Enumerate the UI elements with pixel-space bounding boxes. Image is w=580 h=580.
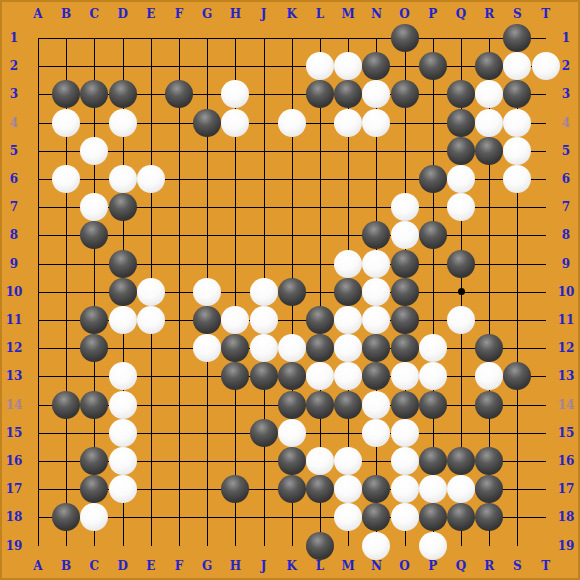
column-label-top-G: G — [193, 4, 221, 24]
black-stone-C8 — [80, 221, 108, 249]
black-stone-L12 — [306, 334, 334, 362]
row-label-left-11: 11 — [0, 310, 28, 330]
column-label-bottom-R: R — [475, 556, 503, 576]
row-label-left-14: 14 — [0, 395, 28, 415]
row-label-right-1: 1 — [552, 28, 580, 48]
white-stone-P17 — [419, 475, 447, 503]
black-stone-N2 — [362, 52, 390, 80]
black-stone-C11 — [80, 306, 108, 334]
white-stone-M2 — [334, 52, 362, 80]
black-stone-O12 — [391, 334, 419, 362]
white-stone-N9 — [362, 250, 390, 278]
black-stone-Q18 — [447, 503, 475, 531]
white-stone-C7 — [80, 193, 108, 221]
black-stone-M10 — [334, 278, 362, 306]
row-label-right-12: 12 — [552, 338, 580, 358]
white-stone-S2 — [503, 52, 531, 80]
row-label-right-7: 7 — [552, 197, 580, 217]
white-stone-D13 — [109, 362, 137, 390]
row-label-left-8: 8 — [0, 225, 28, 245]
black-stone-J15 — [250, 419, 278, 447]
white-stone-E10 — [137, 278, 165, 306]
column-label-bottom-B: B — [52, 556, 80, 576]
white-stone-D17 — [109, 475, 137, 503]
white-stone-M18 — [334, 503, 362, 531]
black-stone-S1 — [503, 24, 531, 52]
black-stone-C3 — [80, 80, 108, 108]
white-stone-P12 — [419, 334, 447, 362]
white-stone-K15 — [278, 419, 306, 447]
row-label-left-9: 9 — [0, 254, 28, 274]
white-stone-S5 — [503, 137, 531, 165]
black-stone-K10 — [278, 278, 306, 306]
black-stone-S13 — [503, 362, 531, 390]
white-stone-M12 — [334, 334, 362, 362]
white-stone-E6 — [137, 165, 165, 193]
black-stone-R2 — [475, 52, 503, 80]
black-stone-Q4 — [447, 109, 475, 137]
black-stone-N8 — [362, 221, 390, 249]
black-stone-P14 — [419, 391, 447, 419]
black-stone-D7 — [109, 193, 137, 221]
column-label-bottom-C: C — [80, 556, 108, 576]
white-stone-J11 — [250, 306, 278, 334]
row-label-left-5: 5 — [0, 141, 28, 161]
column-label-top-B: B — [52, 4, 80, 24]
black-stone-L14 — [306, 391, 334, 419]
white-stone-D14 — [109, 391, 137, 419]
row-label-left-16: 16 — [0, 451, 28, 471]
white-stone-J10 — [250, 278, 278, 306]
row-label-right-4: 4 — [552, 113, 580, 133]
row-label-left-19: 19 — [0, 536, 28, 556]
black-stone-N17 — [362, 475, 390, 503]
row-label-right-6: 6 — [552, 169, 580, 189]
column-label-top-R: R — [475, 4, 503, 24]
row-label-left-18: 18 — [0, 507, 28, 527]
black-stone-O1 — [391, 24, 419, 52]
white-stone-D11 — [109, 306, 137, 334]
column-label-bottom-Q: Q — [447, 556, 475, 576]
column-label-bottom-G: G — [193, 556, 221, 576]
black-stone-K16 — [278, 447, 306, 475]
column-label-top-P: P — [419, 4, 447, 24]
black-stone-G4 — [193, 109, 221, 137]
row-label-right-8: 8 — [552, 225, 580, 245]
white-stone-N11 — [362, 306, 390, 334]
black-stone-G11 — [193, 306, 221, 334]
white-stone-N3 — [362, 80, 390, 108]
black-stone-Q16 — [447, 447, 475, 475]
white-stone-L13 — [306, 362, 334, 390]
white-stone-M11 — [334, 306, 362, 334]
white-stone-T2 — [532, 52, 560, 80]
row-label-left-1: 1 — [0, 28, 28, 48]
column-label-top-L: L — [306, 4, 334, 24]
column-label-top-N: N — [362, 4, 390, 24]
row-label-left-12: 12 — [0, 338, 28, 358]
star-point-Q10 — [458, 288, 465, 295]
column-label-top-D: D — [109, 4, 137, 24]
row-label-left-10: 10 — [0, 282, 28, 302]
black-stone-N18 — [362, 503, 390, 531]
white-stone-C18 — [80, 503, 108, 531]
white-stone-K12 — [278, 334, 306, 362]
column-label-bottom-A: A — [24, 556, 52, 576]
black-stone-M3 — [334, 80, 362, 108]
black-stone-R12 — [475, 334, 503, 362]
black-stone-H13 — [221, 362, 249, 390]
row-label-right-18: 18 — [552, 507, 580, 527]
go-board-app: ABCDEFGHJKLMNOPQRST ABCDEFGHJKLMNOPQRST … — [0, 0, 580, 580]
column-label-bottom-J: J — [250, 556, 278, 576]
column-label-bottom-T: T — [532, 556, 560, 576]
black-stone-B18 — [52, 503, 80, 531]
column-label-top-A: A — [24, 4, 52, 24]
white-stone-L16 — [306, 447, 334, 475]
white-stone-N10 — [362, 278, 390, 306]
white-stone-P19 — [419, 532, 447, 560]
black-stone-R5 — [475, 137, 503, 165]
white-stone-M9 — [334, 250, 362, 278]
black-stone-N12 — [362, 334, 390, 362]
black-stone-R18 — [475, 503, 503, 531]
white-stone-N15 — [362, 419, 390, 447]
column-label-bottom-E: E — [137, 556, 165, 576]
row-label-right-10: 10 — [552, 282, 580, 302]
black-stone-R17 — [475, 475, 503, 503]
column-label-top-Q: Q — [447, 4, 475, 24]
white-stone-O18 — [391, 503, 419, 531]
black-stone-L3 — [306, 80, 334, 108]
column-label-top-J: J — [250, 4, 278, 24]
black-stone-C14 — [80, 391, 108, 419]
column-label-bottom-F: F — [165, 556, 193, 576]
white-stone-H3 — [221, 80, 249, 108]
white-stone-O16 — [391, 447, 419, 475]
black-stone-S3 — [503, 80, 531, 108]
black-stone-C17 — [80, 475, 108, 503]
white-stone-Q7 — [447, 193, 475, 221]
column-label-bottom-D: D — [109, 556, 137, 576]
black-stone-D9 — [109, 250, 137, 278]
row-label-right-11: 11 — [552, 310, 580, 330]
white-stone-M4 — [334, 109, 362, 137]
white-stone-H4 — [221, 109, 249, 137]
black-stone-L19 — [306, 532, 334, 560]
white-stone-G10 — [193, 278, 221, 306]
black-stone-P16 — [419, 447, 447, 475]
black-stone-Q3 — [447, 80, 475, 108]
white-stone-Q6 — [447, 165, 475, 193]
row-label-right-5: 5 — [552, 141, 580, 161]
white-stone-S4 — [503, 109, 531, 137]
white-stone-G12 — [193, 334, 221, 362]
column-label-bottom-O: O — [391, 556, 419, 576]
column-label-top-H: H — [221, 4, 249, 24]
black-stone-J13 — [250, 362, 278, 390]
white-stone-M13 — [334, 362, 362, 390]
white-stone-Q11 — [447, 306, 475, 334]
white-stone-O15 — [391, 419, 419, 447]
black-stone-P6 — [419, 165, 447, 193]
black-stone-N13 — [362, 362, 390, 390]
row-label-right-3: 3 — [552, 84, 580, 104]
black-stone-H17 — [221, 475, 249, 503]
row-label-left-15: 15 — [0, 423, 28, 443]
white-stone-O8 — [391, 221, 419, 249]
black-stone-K14 — [278, 391, 306, 419]
column-label-top-S: S — [503, 4, 531, 24]
column-label-bottom-H: H — [221, 556, 249, 576]
white-stone-O13 — [391, 362, 419, 390]
white-stone-K4 — [278, 109, 306, 137]
white-stone-M17 — [334, 475, 362, 503]
row-label-left-3: 3 — [0, 84, 28, 104]
black-stone-K13 — [278, 362, 306, 390]
black-stone-R14 — [475, 391, 503, 419]
black-stone-H12 — [221, 334, 249, 362]
row-label-left-6: 6 — [0, 169, 28, 189]
white-stone-R3 — [475, 80, 503, 108]
row-label-right-16: 16 — [552, 451, 580, 471]
black-stone-M14 — [334, 391, 362, 419]
black-stone-O14 — [391, 391, 419, 419]
white-stone-C5 — [80, 137, 108, 165]
black-stone-C16 — [80, 447, 108, 475]
row-label-right-13: 13 — [552, 366, 580, 386]
black-stone-R16 — [475, 447, 503, 475]
black-stone-L11 — [306, 306, 334, 334]
white-stone-D15 — [109, 419, 137, 447]
black-stone-P8 — [419, 221, 447, 249]
white-stone-P13 — [419, 362, 447, 390]
column-label-top-C: C — [80, 4, 108, 24]
white-stone-Q17 — [447, 475, 475, 503]
column-label-bottom-K: K — [278, 556, 306, 576]
black-stone-F3 — [165, 80, 193, 108]
black-stone-O9 — [391, 250, 419, 278]
black-stone-L17 — [306, 475, 334, 503]
black-stone-Q5 — [447, 137, 475, 165]
black-stone-D3 — [109, 80, 137, 108]
black-stone-Q9 — [447, 250, 475, 278]
white-stone-H11 — [221, 306, 249, 334]
white-stone-D16 — [109, 447, 137, 475]
white-stone-M16 — [334, 447, 362, 475]
column-label-top-O: O — [391, 4, 419, 24]
row-label-right-17: 17 — [552, 479, 580, 499]
white-stone-D4 — [109, 109, 137, 137]
row-label-right-19: 19 — [552, 536, 580, 556]
black-stone-O3 — [391, 80, 419, 108]
black-stone-B14 — [52, 391, 80, 419]
column-label-bottom-M: M — [334, 556, 362, 576]
black-stone-D10 — [109, 278, 137, 306]
row-label-right-9: 9 — [552, 254, 580, 274]
white-stone-N19 — [362, 532, 390, 560]
white-stone-N14 — [362, 391, 390, 419]
white-stone-D6 — [109, 165, 137, 193]
white-stone-N4 — [362, 109, 390, 137]
black-stone-O11 — [391, 306, 419, 334]
black-stone-P18 — [419, 503, 447, 531]
white-stone-O7 — [391, 193, 419, 221]
row-label-left-13: 13 — [0, 366, 28, 386]
row-label-right-15: 15 — [552, 423, 580, 443]
black-stone-P2 — [419, 52, 447, 80]
row-label-left-17: 17 — [0, 479, 28, 499]
black-stone-O10 — [391, 278, 419, 306]
black-stone-K17 — [278, 475, 306, 503]
white-stone-S6 — [503, 165, 531, 193]
column-label-top-M: M — [334, 4, 362, 24]
white-stone-J12 — [250, 334, 278, 362]
column-label-top-F: F — [165, 4, 193, 24]
row-label-left-7: 7 — [0, 197, 28, 217]
white-stone-R13 — [475, 362, 503, 390]
white-stone-O17 — [391, 475, 419, 503]
column-label-top-K: K — [278, 4, 306, 24]
white-stone-L2 — [306, 52, 334, 80]
row-label-left-2: 2 — [0, 56, 28, 76]
black-stone-C12 — [80, 334, 108, 362]
column-label-top-T: T — [532, 4, 560, 24]
row-label-right-14: 14 — [552, 395, 580, 415]
column-label-bottom-S: S — [503, 556, 531, 576]
column-label-top-E: E — [137, 4, 165, 24]
white-stone-B6 — [52, 165, 80, 193]
black-stone-B3 — [52, 80, 80, 108]
goban-grid[interactable] — [38, 38, 547, 547]
row-label-left-4: 4 — [0, 113, 28, 133]
white-stone-E11 — [137, 306, 165, 334]
white-stone-R4 — [475, 109, 503, 137]
white-stone-B4 — [52, 109, 80, 137]
